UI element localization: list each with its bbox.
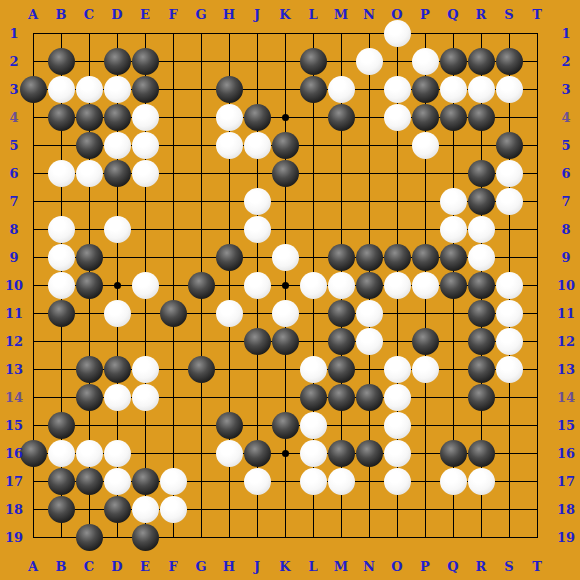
black-stone-r2[interactable]: [468, 48, 495, 75]
coord-label-right-14: 14: [557, 391, 575, 404]
white-stone-o4[interactable]: [384, 104, 411, 131]
coord-label-top-h: H: [223, 8, 235, 21]
black-stone-d6[interactable]: [104, 160, 131, 187]
black-stone-b17[interactable]: [48, 468, 75, 495]
coord-label-top-p: P: [420, 8, 430, 21]
white-stone-q7[interactable]: [440, 188, 467, 215]
black-stone-r4[interactable]: [468, 104, 495, 131]
coord-label-bottom-f: F: [168, 560, 177, 573]
coord-label-left-9: 9: [9, 251, 18, 264]
coord-label-left-8: 8: [9, 223, 18, 236]
coord-label-top-g: G: [195, 8, 206, 21]
white-stone-n11[interactable]: [356, 300, 383, 327]
coord-label-left-13: 13: [5, 363, 23, 376]
coord-label-left-18: 18: [5, 503, 23, 516]
black-stone-g13[interactable]: [188, 356, 215, 383]
black-stone-m16[interactable]: [328, 440, 355, 467]
white-stone-b10[interactable]: [48, 272, 75, 299]
black-stone-c9[interactable]: [76, 244, 103, 271]
coord-label-bottom-g: G: [195, 560, 206, 573]
white-stone-d3[interactable]: [104, 76, 131, 103]
white-stone-o16[interactable]: [384, 440, 411, 467]
black-stone-n14[interactable]: [356, 384, 383, 411]
white-stone-j5[interactable]: [244, 132, 271, 159]
black-stone-a3[interactable]: [20, 76, 47, 103]
white-stone-n12[interactable]: [356, 328, 383, 355]
black-stone-p3[interactable]: [412, 76, 439, 103]
black-stone-r11[interactable]: [468, 300, 495, 327]
black-stone-s2[interactable]: [496, 48, 523, 75]
coord-label-bottom-n: N: [363, 560, 375, 573]
star-point-k10: [282, 282, 289, 289]
coord-label-right-19: 19: [557, 531, 575, 544]
white-stone-b16[interactable]: [48, 440, 75, 467]
white-stone-s10[interactable]: [496, 272, 523, 299]
black-stone-m14[interactable]: [328, 384, 355, 411]
white-stone-e4[interactable]: [132, 104, 159, 131]
black-stone-c17[interactable]: [76, 468, 103, 495]
white-stone-j10[interactable]: [244, 272, 271, 299]
black-stone-j4[interactable]: [244, 104, 271, 131]
coord-label-top-d: D: [111, 8, 122, 21]
black-stone-p4[interactable]: [412, 104, 439, 131]
coord-label-right-6: 6: [561, 167, 570, 180]
black-stone-r12[interactable]: [468, 328, 495, 355]
go-board[interactable]: AABBCCDDEEFFGGHHJJKKLLMMNNOOPPQQRRSSTT11…: [0, 0, 580, 580]
coord-label-top-t: T: [532, 8, 542, 21]
white-stone-r8[interactable]: [468, 216, 495, 243]
black-stone-o9[interactable]: [384, 244, 411, 271]
coord-label-right-4: 4: [561, 111, 570, 124]
coord-label-right-10: 10: [557, 279, 575, 292]
black-stone-r16[interactable]: [468, 440, 495, 467]
black-stone-l3[interactable]: [300, 76, 327, 103]
white-stone-o10[interactable]: [384, 272, 411, 299]
white-stone-c3[interactable]: [76, 76, 103, 103]
white-stone-c6[interactable]: [76, 160, 103, 187]
coord-label-right-12: 12: [557, 335, 575, 348]
black-stone-p9[interactable]: [412, 244, 439, 271]
coord-label-top-r: R: [476, 8, 487, 21]
black-stone-k12[interactable]: [272, 328, 299, 355]
black-stone-b18[interactable]: [48, 496, 75, 523]
white-stone-o3[interactable]: [384, 76, 411, 103]
white-stone-k11[interactable]: [272, 300, 299, 327]
coord-label-bottom-s: S: [504, 560, 513, 573]
coord-label-top-n: N: [363, 8, 375, 21]
white-stone-d16[interactable]: [104, 440, 131, 467]
white-stone-l13[interactable]: [300, 356, 327, 383]
coord-label-left-15: 15: [5, 419, 23, 432]
coord-label-right-3: 3: [561, 83, 570, 96]
white-stone-l17[interactable]: [300, 468, 327, 495]
white-stone-f18[interactable]: [160, 496, 187, 523]
coord-label-bottom-c: C: [84, 560, 94, 573]
coord-label-right-2: 2: [561, 55, 570, 68]
white-stone-j7[interactable]: [244, 188, 271, 215]
black-stone-a16[interactable]: [20, 440, 47, 467]
coord-label-bottom-m: M: [334, 560, 348, 573]
white-stone-l10[interactable]: [300, 272, 327, 299]
white-stone-b6[interactable]: [48, 160, 75, 187]
white-stone-e13[interactable]: [132, 356, 159, 383]
white-stone-e14[interactable]: [132, 384, 159, 411]
white-stone-o17[interactable]: [384, 468, 411, 495]
black-stone-b2[interactable]: [48, 48, 75, 75]
black-stone-c5[interactable]: [76, 132, 103, 159]
black-stone-m13[interactable]: [328, 356, 355, 383]
black-stone-q10[interactable]: [440, 272, 467, 299]
coord-label-left-11: 11: [5, 307, 23, 320]
coord-label-right-18: 18: [557, 503, 575, 516]
black-stone-d13[interactable]: [104, 356, 131, 383]
coord-label-left-17: 17: [5, 475, 23, 488]
coord-label-bottom-j: J: [254, 560, 260, 573]
white-stone-o1[interactable]: [384, 20, 411, 47]
white-stone-d8[interactable]: [104, 216, 131, 243]
black-stone-h3[interactable]: [216, 76, 243, 103]
coord-label-bottom-a: A: [28, 560, 38, 573]
white-stone-s13[interactable]: [496, 356, 523, 383]
black-stone-c14[interactable]: [76, 384, 103, 411]
black-stone-k15[interactable]: [272, 412, 299, 439]
black-stone-e3[interactable]: [132, 76, 159, 103]
star-point-k16: [282, 450, 289, 457]
white-stone-b8[interactable]: [48, 216, 75, 243]
coord-label-left-12: 12: [5, 335, 23, 348]
white-stone-e18[interactable]: [132, 496, 159, 523]
coord-label-right-9: 9: [561, 251, 570, 264]
black-stone-l2[interactable]: [300, 48, 327, 75]
coord-label-left-7: 7: [9, 195, 18, 208]
white-stone-e6[interactable]: [132, 160, 159, 187]
white-stone-h16[interactable]: [216, 440, 243, 467]
white-stone-e10[interactable]: [132, 272, 159, 299]
black-stone-n9[interactable]: [356, 244, 383, 271]
white-stone-m3[interactable]: [328, 76, 355, 103]
black-stone-k6[interactable]: [272, 160, 299, 187]
coord-label-top-l: L: [308, 8, 317, 21]
black-stone-r10[interactable]: [468, 272, 495, 299]
white-stone-s12[interactable]: [496, 328, 523, 355]
white-stone-m10[interactable]: [328, 272, 355, 299]
coord-label-right-17: 17: [557, 475, 575, 488]
white-stone-f17[interactable]: [160, 468, 187, 495]
coord-label-left-6: 6: [9, 167, 18, 180]
coord-label-top-a: A: [28, 8, 38, 21]
black-stone-r7[interactable]: [468, 188, 495, 215]
black-stone-j12[interactable]: [244, 328, 271, 355]
black-stone-j16[interactable]: [244, 440, 271, 467]
coord-label-bottom-p: P: [420, 560, 430, 573]
white-stone-o14[interactable]: [384, 384, 411, 411]
white-stone-m17[interactable]: [328, 468, 355, 495]
black-stone-e19[interactable]: [132, 524, 159, 551]
black-stone-r14[interactable]: [468, 384, 495, 411]
white-stone-s7[interactable]: [496, 188, 523, 215]
black-stone-n16[interactable]: [356, 440, 383, 467]
star-point-k4: [282, 114, 289, 121]
coord-label-right-8: 8: [561, 223, 570, 236]
coord-label-top-j: J: [254, 8, 260, 21]
black-stone-b15[interactable]: [48, 412, 75, 439]
coord-label-bottom-e: E: [140, 560, 150, 573]
white-stone-q3[interactable]: [440, 76, 467, 103]
black-stone-r6[interactable]: [468, 160, 495, 187]
black-stone-q2[interactable]: [440, 48, 467, 75]
black-stone-c13[interactable]: [76, 356, 103, 383]
white-stone-j17[interactable]: [244, 468, 271, 495]
black-stone-s5[interactable]: [496, 132, 523, 159]
coord-label-top-m: M: [334, 8, 348, 21]
coord-label-left-14: 14: [5, 391, 23, 404]
coord-label-left-19: 19: [5, 531, 23, 544]
black-stone-f11[interactable]: [160, 300, 187, 327]
black-stone-c10[interactable]: [76, 272, 103, 299]
coord-label-left-3: 3: [9, 83, 18, 96]
coord-label-right-1: 1: [561, 27, 570, 40]
black-stone-p12[interactable]: [412, 328, 439, 355]
black-stone-g10[interactable]: [188, 272, 215, 299]
white-stone-q17[interactable]: [440, 468, 467, 495]
coord-label-bottom-d: D: [111, 560, 122, 573]
coord-label-right-13: 13: [557, 363, 575, 376]
white-stone-d17[interactable]: [104, 468, 131, 495]
coord-label-bottom-h: H: [223, 560, 235, 573]
white-stone-l16[interactable]: [300, 440, 327, 467]
coord-label-bottom-t: T: [532, 560, 542, 573]
white-stone-h11[interactable]: [216, 300, 243, 327]
white-stone-b3[interactable]: [48, 76, 75, 103]
white-stone-k9[interactable]: [272, 244, 299, 271]
star-point-d10: [114, 282, 121, 289]
coord-label-left-2: 2: [9, 55, 18, 68]
coord-label-top-e: E: [140, 8, 150, 21]
coord-label-top-s: S: [504, 8, 513, 21]
black-stone-n10[interactable]: [356, 272, 383, 299]
coord-label-top-f: F: [168, 8, 177, 21]
white-stone-j8[interactable]: [244, 216, 271, 243]
white-stone-r9[interactable]: [468, 244, 495, 271]
white-stone-p5[interactable]: [412, 132, 439, 159]
white-stone-o13[interactable]: [384, 356, 411, 383]
black-stone-e2[interactable]: [132, 48, 159, 75]
white-stone-s11[interactable]: [496, 300, 523, 327]
white-stone-r17[interactable]: [468, 468, 495, 495]
black-stone-c19[interactable]: [76, 524, 103, 551]
black-stone-d4[interactable]: [104, 104, 131, 131]
coord-label-top-q: Q: [447, 8, 458, 21]
white-stone-h4[interactable]: [216, 104, 243, 131]
white-stone-e5[interactable]: [132, 132, 159, 159]
coord-label-bottom-k: K: [279, 560, 290, 573]
black-stone-m11[interactable]: [328, 300, 355, 327]
white-stone-d5[interactable]: [104, 132, 131, 159]
grid-line-horizontal: [33, 537, 538, 538]
white-stone-r3[interactable]: [468, 76, 495, 103]
coord-label-left-1: 1: [9, 27, 18, 40]
black-stone-l14[interactable]: [300, 384, 327, 411]
coord-label-top-b: B: [56, 8, 67, 21]
coord-label-left-5: 5: [9, 139, 18, 152]
grid-line-vertical: [537, 33, 538, 538]
black-stone-q16[interactable]: [440, 440, 467, 467]
black-stone-m12[interactable]: [328, 328, 355, 355]
white-stone-p2[interactable]: [412, 48, 439, 75]
coord-label-top-k: K: [279, 8, 290, 21]
white-stone-q8[interactable]: [440, 216, 467, 243]
white-stone-n2[interactable]: [356, 48, 383, 75]
coord-label-right-16: 16: [557, 447, 575, 460]
coord-label-top-c: C: [84, 8, 94, 21]
coord-label-bottom-b: B: [56, 560, 67, 573]
white-stone-c16[interactable]: [76, 440, 103, 467]
coord-label-left-16: 16: [5, 447, 23, 460]
coord-label-left-10: 10: [5, 279, 23, 292]
black-stone-b11[interactable]: [48, 300, 75, 327]
white-stone-d14[interactable]: [104, 384, 131, 411]
white-stone-h5[interactable]: [216, 132, 243, 159]
white-stone-p10[interactable]: [412, 272, 439, 299]
black-stone-b4[interactable]: [48, 104, 75, 131]
white-stone-b9[interactable]: [48, 244, 75, 271]
coord-label-right-11: 11: [557, 307, 575, 320]
black-stone-c4[interactable]: [76, 104, 103, 131]
coord-label-right-7: 7: [561, 195, 570, 208]
coord-label-top-o: O: [391, 8, 402, 21]
white-stone-l15[interactable]: [300, 412, 327, 439]
white-stone-d11[interactable]: [104, 300, 131, 327]
white-stone-s6[interactable]: [496, 160, 523, 187]
black-stone-q9[interactable]: [440, 244, 467, 271]
black-stone-m4[interactable]: [328, 104, 355, 131]
black-stone-d2[interactable]: [104, 48, 131, 75]
black-stone-e17[interactable]: [132, 468, 159, 495]
coord-label-bottom-r: R: [476, 560, 487, 573]
black-stone-m9[interactable]: [328, 244, 355, 271]
black-stone-k5[interactable]: [272, 132, 299, 159]
black-stone-q4[interactable]: [440, 104, 467, 131]
white-stone-s3[interactable]: [496, 76, 523, 103]
coord-label-right-5: 5: [561, 139, 570, 152]
coord-label-left-4: 4: [9, 111, 18, 124]
coord-label-right-15: 15: [557, 419, 575, 432]
black-stone-d18[interactable]: [104, 496, 131, 523]
coord-label-bottom-q: Q: [447, 560, 458, 573]
white-stone-o15[interactable]: [384, 412, 411, 439]
black-stone-h9[interactable]: [216, 244, 243, 271]
coord-label-bottom-o: O: [391, 560, 402, 573]
black-stone-r13[interactable]: [468, 356, 495, 383]
coord-label-bottom-l: L: [308, 560, 317, 573]
white-stone-p13[interactable]: [412, 356, 439, 383]
black-stone-h15[interactable]: [216, 412, 243, 439]
